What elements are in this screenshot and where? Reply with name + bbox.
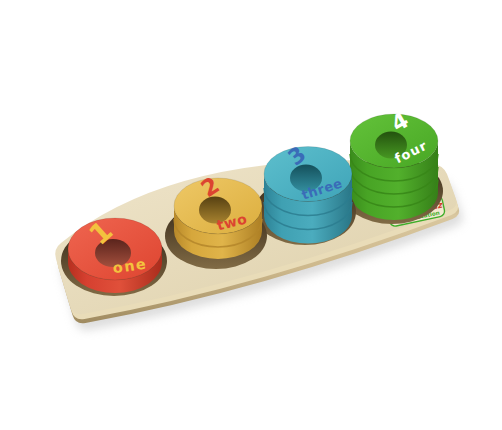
ring-stack-3: 3 three [254, 141, 356, 245]
toy-photo: masterkidz education 4 four 3 three 2 tw… [0, 0, 502, 430]
ring-stacker-scene: masterkidz education 4 four 3 three 2 tw… [0, 0, 502, 430]
ring-stack-4: 4 four [341, 107, 443, 224]
